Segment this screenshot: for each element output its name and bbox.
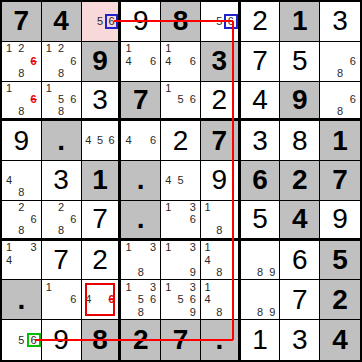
empty-mark [135,254,147,266]
empty-mark [3,202,15,214]
candidate-6: 6 [225,15,237,27]
candidate-8: 8 [135,266,147,278]
empty-mark [162,254,174,266]
empty-mark [3,266,15,278]
pencil-marks-r7c4: 138 [122,242,159,279]
cell-r2c1[interactable]: 1268 [2,42,42,82]
empty-mark [15,321,27,334]
empty-mark [15,94,27,106]
candidate-8: 8 [213,266,225,278]
empty-mark [55,213,67,225]
candidate-1: 1 [122,43,134,55]
empty-mark [3,67,15,79]
empty-mark [135,147,147,159]
pencil-marks-r7c5: 139 [162,242,199,279]
cell-r2c8[interactable]: 5 [280,42,320,82]
empty-mark [55,306,67,318]
cell-r1c2[interactable]: 4 [42,2,82,42]
empty-mark [94,294,106,306]
cell-r8c3[interactable]: 46 [82,280,122,320]
candidate-1: 1 [43,43,55,55]
candidate-6: 6 [147,294,159,306]
cell-r4c5[interactable]: 2 [161,121,201,161]
cell-r9c2[interactable]: 9 [42,320,82,360]
candidate-8: 8 [254,306,266,318]
cell-r3c6[interactable]: 2 [201,82,241,122]
empty-mark [106,122,118,134]
empty-mark [94,3,106,15]
empty-mark [3,213,15,225]
candidate-3: 3 [187,281,199,293]
empty-mark [28,266,40,278]
pencil-marks-r2c5: 146 [162,43,199,80]
empty-mark [3,334,15,347]
candidate-3: 3 [187,202,199,214]
empty-mark [43,202,55,214]
cell-r9c8[interactable]: 3 [280,320,320,360]
empty-mark [94,122,106,134]
empty-mark [187,187,199,199]
candidate-6: 6 [67,94,79,106]
cell-r5c9[interactable]: 7 [320,161,360,201]
candidate-6: 6 [106,15,118,27]
empty-mark [3,321,15,334]
empty-mark [225,266,237,278]
cell-r5c1[interactable]: 48 [2,161,42,201]
cell-r5c4[interactable]: . [121,161,161,201]
candidate-6: 6 [187,94,199,106]
candidate-1: 1 [162,242,174,254]
cell-r2c2[interactable]: 1268 [42,42,82,82]
cell-r1c3[interactable]: 56 [82,2,122,42]
cell-r8c6[interactable]: 148 [201,280,241,320]
cell-r4c7[interactable]: 3 [241,121,281,161]
empty-mark [321,94,334,106]
empty-mark [187,106,199,118]
empty-mark [321,106,334,118]
cell-r5c3[interactable]: 1 [82,161,122,201]
empty-mark [147,122,159,134]
empty-mark [67,202,79,214]
cell-r5c7[interactable]: 6 [241,161,281,201]
candidate-8: 8 [213,306,225,318]
empty-mark [346,43,359,55]
empty-mark [202,3,214,15]
empty-mark [15,254,27,266]
empty-mark [225,242,237,254]
empty-mark [122,306,134,318]
cell-r1c9[interactable]: 3 [320,2,360,42]
cell-r6c5[interactable]: 136 [161,201,201,241]
empty-mark [174,67,186,79]
empty-mark [67,281,79,293]
cell-r4c1[interactable]: 9 [2,121,42,161]
cell-r6c1[interactable]: 268 [2,201,42,241]
empty-mark [122,147,134,159]
empty-mark [174,162,186,174]
cell-r9c4[interactable]: 2 [121,320,161,360]
empty-mark [334,43,347,55]
empty-mark [135,122,147,134]
empty-mark [187,174,199,186]
candidate-6: 6 [346,55,359,67]
pencil-marks-r8c6: 148 [202,281,237,318]
empty-mark [3,106,15,118]
candidate-9: 9 [266,306,278,318]
candidate-4: 4 [202,254,214,266]
empty-mark [213,28,225,40]
cell-r5c8[interactable]: 2 [280,161,320,201]
candidate-4: 4 [202,294,214,306]
empty-mark [135,55,147,67]
empty-mark [266,281,278,293]
pencil-marks-r7c6: 148 [202,242,237,279]
pencil-marks-r6c2: 268 [43,202,80,237]
cell-r7c5[interactable]: 139 [161,241,201,281]
empty-mark [162,294,174,306]
cell-r2c6[interactable]: 3 [201,42,241,82]
empty-mark [321,67,334,79]
candidate-5: 5 [15,334,27,347]
empty-mark [162,187,174,199]
empty-mark [67,106,79,118]
empty-mark [162,266,174,278]
cell-r2c7[interactable]: 7 [241,42,281,82]
cell-r1c6[interactable]: 56 [201,2,241,42]
eliminated-candidate-6: 6 [106,294,118,306]
empty-mark [43,294,55,306]
empty-mark [67,306,79,318]
empty-mark [28,225,40,237]
cell-r7c9[interactable]: 5 [320,241,360,281]
cell-r2c5[interactable]: 146 [161,42,201,82]
pencil-marks-r4c4: 46 [122,122,159,159]
candidate-5: 5 [174,294,186,306]
cell-r6c7[interactable]: 5 [241,201,281,241]
cell-r4c9[interactable]: 1 [320,121,360,161]
candidate-9: 9 [266,266,278,278]
candidate-6: 6 [187,213,199,225]
cell-r3c9[interactable]: 68 [320,82,360,122]
cell-r3c2[interactable]: 1568 [42,82,82,122]
cell-r7c8[interactable]: 6 [280,241,320,281]
candidate-6: 6 [28,334,40,347]
empty-mark [202,213,214,225]
cell-r4c4[interactable]: 46 [121,121,161,161]
empty-mark [162,306,174,318]
empty-mark [254,281,266,293]
cell-r2c9[interactable]: 68 [320,42,360,82]
candidate-1: 1 [162,281,174,293]
candidate-6: 6 [346,94,359,106]
cell-r3c8[interactable]: 9 [280,82,320,122]
empty-mark [106,281,118,293]
empty-mark [3,346,15,359]
empty-mark [174,187,186,199]
cell-r2c4[interactable]: 146 [121,42,161,82]
empty-mark [225,213,237,225]
candidate-6: 6 [147,135,159,147]
candidate-8: 8 [135,306,147,318]
candidate-2: 2 [15,43,27,55]
candidate-1: 1 [3,242,15,254]
candidate-2: 2 [15,202,27,214]
empty-mark [187,254,199,266]
pencil-marks-r3c1: 168 [3,83,40,118]
cell-r3c7[interactable]: 4 [241,82,281,122]
candidate-8: 8 [15,106,27,118]
cell-r7c6[interactable]: 148 [201,241,241,281]
empty-mark [147,254,159,266]
empty-mark [213,213,225,225]
empty-mark [55,83,67,95]
cell-r9c9[interactable]: 4 [320,320,360,360]
empty-mark [94,281,106,293]
cell-r5c5[interactable]: 45 [161,161,201,201]
pencil-marks-r3c9: 68 [321,83,359,118]
cell-r7c2[interactable]: 7 [42,241,82,281]
empty-mark [242,306,254,318]
empty-mark [174,202,186,214]
cell-r4c3[interactable]: 456 [82,121,122,161]
empty-mark [346,106,359,118]
empty-mark [3,94,15,106]
empty-mark [174,106,186,118]
candidate-4: 4 [162,174,174,186]
cell-r6c4[interactable]: . [121,201,161,241]
sudoku-board: 7456985621312681268914614637568168156837… [0,0,362,362]
candidate-1: 1 [162,83,174,95]
pencil-marks-r8c7: 89 [242,281,279,318]
empty-mark [3,187,15,199]
cell-r9c6[interactable]: . [201,320,241,360]
cell-r8c4[interactable]: 13568 [121,280,161,320]
empty-mark [15,83,27,95]
empty-mark [15,174,27,186]
empty-mark [225,225,237,237]
cell-r3c5[interactable]: 156 [161,82,201,122]
cell-r1c8[interactable]: 1 [280,2,320,42]
empty-mark [225,202,237,214]
empty-mark [83,281,95,293]
cell-r7c4[interactable]: 138 [121,241,161,281]
candidate-6: 6 [67,294,79,306]
empty-mark [346,83,359,95]
candidate-5: 5 [135,294,147,306]
pencil-marks-r3c5: 156 [162,83,199,118]
candidate-1: 1 [202,242,214,254]
cell-r5c2[interactable]: 3 [42,161,82,201]
cell-r4c8[interactable]: 8 [280,121,320,161]
empty-mark [28,67,40,79]
cell-r7c1[interactable]: 134 [2,241,42,281]
candidate-8: 8 [15,67,27,79]
empty-mark [106,3,118,15]
empty-mark [83,122,95,134]
cell-r6c3[interactable]: 7 [82,201,122,241]
pencil-marks-r6c5: 136 [162,202,199,237]
empty-mark [83,147,95,159]
cell-r3c3[interactable]: 3 [82,82,122,122]
cell-r7c7[interactable]: 89 [241,241,281,281]
empty-mark [94,147,106,159]
empty-mark [15,242,27,254]
empty-mark [225,281,237,293]
cell-r5c6[interactable]: 9 [201,161,241,201]
empty-mark [162,67,174,79]
empty-mark [321,55,334,67]
empty-mark [174,281,186,293]
candidate-9: 9 [187,306,199,318]
empty-mark [321,83,334,95]
cell-r2c3[interactable]: 9 [82,42,122,82]
cell-r4c2[interactable]: . [42,121,82,161]
candidate-6: 6 [187,294,199,306]
empty-mark [15,213,27,225]
empty-mark [43,225,55,237]
cell-r9c3[interactable]: 8 [82,320,122,360]
cell-r9c5[interactable]: 7 [161,320,201,360]
candidate-1: 1 [162,202,174,214]
empty-mark [242,294,254,306]
cell-r6c6[interactable]: 18 [201,201,241,241]
cell-r1c5[interactable]: 8 [161,2,201,42]
empty-mark [94,28,106,40]
cell-r6c8[interactable]: 4 [280,201,320,241]
candidate-8: 8 [55,67,67,79]
candidate-1: 1 [162,43,174,55]
empty-mark [122,122,134,134]
empty-mark [106,306,118,318]
candidate-4: 4 [122,55,134,67]
candidate-5: 5 [94,135,106,147]
empty-mark [187,162,199,174]
cell-r8c9[interactable]: 2 [320,280,360,320]
cell-r7c3[interactable]: 2 [82,241,122,281]
candidate-5: 5 [174,94,186,106]
cell-r8c8[interactable]: 7 [280,280,320,320]
empty-mark [242,281,254,293]
candidate-4: 4 [162,55,174,67]
candidate-5: 5 [94,15,106,27]
empty-mark [213,254,225,266]
candidate-4: 4 [3,174,15,186]
candidate-8: 8 [15,225,27,237]
empty-mark [67,225,79,237]
empty-mark [43,67,55,79]
empty-mark [254,294,266,306]
cell-r6c9[interactable]: 9 [320,201,360,241]
empty-mark [83,28,95,40]
empty-mark [174,213,186,225]
empty-mark [83,3,95,15]
empty-mark [147,43,159,55]
cell-r8c7[interactable]: 89 [241,280,281,320]
empty-mark [28,346,40,359]
pencil-marks-r7c1: 134 [3,242,40,279]
empty-mark [43,94,55,106]
empty-mark [15,55,27,67]
empty-mark [225,294,237,306]
pencil-marks-r1c6: 56 [202,3,237,40]
empty-mark [162,225,174,237]
cell-r4c6[interactable]: 7 [201,121,241,161]
candidate-5: 5 [55,94,67,106]
candidate-3: 3 [147,242,159,254]
candidate-6: 6 [28,213,40,225]
cell-r3c4[interactable]: 7 [121,82,161,122]
cell-r1c4[interactable]: 9 [121,2,161,42]
empty-mark [174,55,186,67]
empty-mark [55,55,67,67]
empty-mark [162,106,174,118]
empty-mark [67,83,79,95]
empty-mark [28,83,40,95]
empty-mark [28,43,40,55]
pencil-marks-r2c1: 1268 [3,43,40,80]
empty-mark [187,67,199,79]
empty-mark [147,306,159,318]
candidate-4: 4 [122,135,134,147]
empty-mark [28,254,40,266]
empty-mark [321,43,334,55]
empty-mark [174,306,186,318]
empty-mark [213,294,225,306]
candidate-1: 1 [202,281,214,293]
cell-r8c2[interactable]: 16 [42,280,82,320]
cell-r1c7[interactable]: 2 [241,2,281,42]
empty-mark [225,28,237,40]
empty-mark [122,67,134,79]
candidate-8: 8 [15,187,27,199]
empty-mark [162,94,174,106]
empty-mark [28,202,40,214]
candidate-6: 6 [67,55,79,67]
empty-mark [106,28,118,40]
empty-mark [28,187,40,199]
empty-mark [174,43,186,55]
empty-mark [28,174,40,186]
candidate-9: 9 [187,266,199,278]
cell-r6c2[interactable]: 268 [42,201,82,241]
candidate-8: 8 [55,106,67,118]
cell-r9c7[interactable]: 1 [241,320,281,360]
empty-mark [213,242,225,254]
cell-r3c1[interactable]: 168 [2,82,42,122]
cell-r1c1[interactable]: 7 [2,2,42,42]
eliminated-candidate-6: 6 [28,94,40,106]
empty-mark [254,242,266,254]
empty-mark [225,306,237,318]
candidate-5: 5 [213,15,225,27]
candidate-8: 8 [55,225,67,237]
pencil-marks-r6c6: 18 [202,202,237,237]
empty-mark [3,162,15,174]
candidate-8: 8 [254,266,266,278]
pencil-marks-r8c2: 16 [43,281,80,318]
empty-mark [122,266,134,278]
cell-r8c5[interactable]: 13569 [161,280,201,320]
empty-mark [106,147,118,159]
empty-mark [67,43,79,55]
cell-r9c1[interactable]: 56 [2,320,42,360]
cell-r8c1[interactable]: . [2,280,42,320]
empty-mark [174,254,186,266]
empty-mark [147,67,159,79]
empty-mark [135,242,147,254]
empty-mark [202,15,214,27]
candidate-1: 1 [202,202,214,214]
